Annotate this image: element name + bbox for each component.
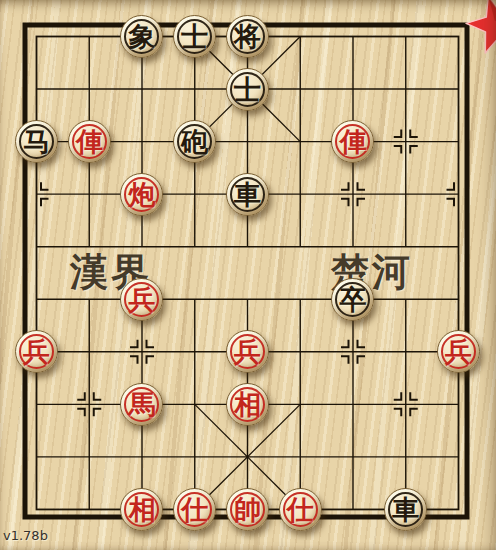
board-cell[interactable] [116,220,169,273]
piece-character: 兵 [438,331,479,372]
red-soldier[interactable]: 兵 [226,330,269,373]
board-cell[interactable] [63,431,116,484]
board-cell[interactable] [116,431,169,484]
board-cell[interactable] [274,220,327,273]
piece-character: 仕 [174,489,215,530]
board-cell[interactable] [379,168,432,221]
board-cell[interactable] [63,483,116,536]
black-soldier[interactable]: 卒 [331,278,374,321]
piece-character: 炮 [121,174,162,215]
board-cell[interactable] [327,431,380,484]
board-cell[interactable] [432,168,485,221]
board-cell[interactable] [379,220,432,273]
board-cell[interactable] [327,63,380,116]
board-cell[interactable] [432,483,485,536]
board-cell[interactable]: 俥 [63,115,116,168]
black-chariot[interactable]: 車 [384,488,427,531]
board-cell[interactable]: 士 [168,10,221,63]
black-advisor[interactable]: 士 [226,68,269,111]
red-soldier[interactable]: 兵 [15,330,58,373]
board-cell[interactable] [327,220,380,273]
piece-character: 将 [227,16,268,57]
board-cell[interactable] [168,168,221,221]
board-cell[interactable] [327,10,380,63]
piece-character: 士 [174,16,215,57]
board-cell[interactable] [432,273,485,326]
board-cell[interactable]: 兵 [10,325,63,378]
board-cell[interactable] [168,378,221,431]
board-cell[interactable] [63,273,116,326]
board-cell[interactable] [327,325,380,378]
board-cell[interactable] [432,63,485,116]
board-cell[interactable] [63,168,116,221]
board-cell[interactable] [10,168,63,221]
board-cell[interactable] [274,168,327,221]
board-cell[interactable]: 兵 [432,325,485,378]
board-cell[interactable] [274,325,327,378]
red-chariot[interactable]: 俥 [68,120,111,163]
board-cell[interactable] [10,220,63,273]
board-cell[interactable] [10,10,63,63]
piece-character: 仕 [280,489,321,530]
board-cell[interactable] [221,273,274,326]
red-cannon[interactable]: 炮 [120,173,163,216]
board-cell[interactable] [327,378,380,431]
red-elephant[interactable]: 相 [120,488,163,531]
piece-character: 馬 [121,384,162,425]
version-label: v1.78b [3,528,48,543]
board-cell[interactable] [327,483,380,536]
board-cell[interactable] [63,10,116,63]
board-cell[interactable] [168,220,221,273]
board-cell[interactable] [221,431,274,484]
board-cell[interactable] [274,63,327,116]
board-cell[interactable]: 仕 [274,483,327,536]
board-cell[interactable] [432,378,485,431]
board-cell[interactable] [221,115,274,168]
board-cell[interactable]: 馬 [116,378,169,431]
board-cell[interactable]: 相 [116,483,169,536]
board-cell[interactable]: 相 [221,378,274,431]
board-cell[interactable] [10,63,63,116]
piece-character: 兵 [227,331,268,372]
red-elephant[interactable]: 相 [226,383,269,426]
board-cell[interactable] [168,325,221,378]
piece-character: 帥 [227,489,268,530]
board-cell[interactable] [116,325,169,378]
black-general[interactable]: 将 [226,15,269,58]
board-cell[interactable] [274,431,327,484]
board-cell[interactable] [274,10,327,63]
red-soldier[interactable]: 兵 [120,278,163,321]
black-horse[interactable]: 马 [15,120,58,163]
board-cell[interactable]: 兵 [116,273,169,326]
xiangqi-board: 象士将士马俥砲俥炮車兵卒兵兵兵馬相相仕帥仕車 [10,10,485,535]
black-advisor[interactable]: 士 [173,15,216,58]
board-cell[interactable] [168,273,221,326]
board-cell[interactable] [379,115,432,168]
piece-character: 兵 [121,279,162,320]
red-advisor[interactable]: 仕 [279,488,322,531]
piece-character: 砲 [174,121,215,162]
board-cell[interactable]: 俥 [327,115,380,168]
board-cell[interactable] [10,378,63,431]
board-cell[interactable] [63,63,116,116]
board-cell[interactable] [274,378,327,431]
board-cell[interactable]: 马 [10,115,63,168]
board-cell[interactable] [274,115,327,168]
board-cell[interactable]: 卒 [327,273,380,326]
piece-character: 士 [227,69,268,110]
board-cell[interactable] [379,325,432,378]
board-cell[interactable]: 車 [221,168,274,221]
piece-character: 马 [16,121,57,162]
board-cell[interactable] [379,378,432,431]
black-cannon[interactable]: 砲 [173,120,216,163]
board-cell[interactable] [379,431,432,484]
piece-character: 相 [121,489,162,530]
red-soldier[interactable]: 兵 [437,330,480,373]
board-cell[interactable] [432,115,485,168]
board-cell[interactable] [168,431,221,484]
red-horse[interactable]: 馬 [120,383,163,426]
black-elephant[interactable]: 象 [120,15,163,58]
board-cell[interactable]: 仕 [168,483,221,536]
board-cell[interactable] [327,168,380,221]
red-chariot[interactable]: 俥 [331,120,374,163]
board-cell[interactable] [379,10,432,63]
board-cell[interactable] [432,220,485,273]
board-cell[interactable]: 砲 [168,115,221,168]
xiangqi-app-window: 漢界 楚河 象士将士马俥砲俥炮車兵卒兵兵兵馬相相仕帥仕車 v1.78b [0,0,496,550]
board-cell[interactable]: 将 [221,10,274,63]
board-cell[interactable] [168,63,221,116]
board-cell[interactable]: 車 [379,483,432,536]
board-cell[interactable] [10,431,63,484]
board-cell[interactable]: 兵 [221,325,274,378]
board-cell[interactable] [379,63,432,116]
board-cell[interactable]: 炮 [116,168,169,221]
board-cell[interactable] [63,220,116,273]
board-cell[interactable] [221,220,274,273]
board-cell[interactable] [116,63,169,116]
red-general[interactable]: 帥 [226,488,269,531]
board-cell[interactable] [379,273,432,326]
piece-character: 俥 [69,121,110,162]
red-advisor[interactable]: 仕 [173,488,216,531]
board-cell[interactable] [63,325,116,378]
board-cell[interactable]: 象 [116,10,169,63]
board-cell[interactable] [10,273,63,326]
piece-character: 兵 [16,331,57,372]
board-cell[interactable] [274,273,327,326]
piece-character: 車 [385,489,426,530]
piece-character: 象 [121,16,162,57]
black-chariot[interactable]: 車 [226,173,269,216]
piece-character: 俥 [332,121,373,162]
board-cell[interactable]: 帥 [221,483,274,536]
board-cell[interactable] [432,431,485,484]
piece-character: 相 [227,384,268,425]
board-cell[interactable] [116,115,169,168]
board-cell[interactable]: 士 [221,63,274,116]
piece-character: 卒 [332,279,373,320]
board-cell[interactable] [63,378,116,431]
piece-character: 車 [227,174,268,215]
